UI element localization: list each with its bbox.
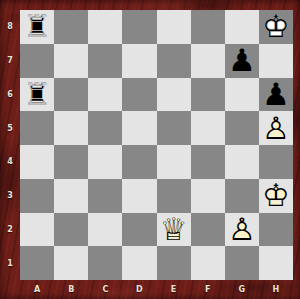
white-king-glyph: ♚: [259, 179, 293, 213]
square-g7[interactable]: ♟: [225, 44, 259, 78]
square-d8[interactable]: [122, 10, 156, 44]
square-h2[interactable]: [259, 213, 293, 247]
rank-label-5: 5: [0, 111, 20, 145]
square-e8[interactable]: [157, 10, 191, 44]
square-c2[interactable]: [88, 213, 122, 247]
square-a5[interactable]: [20, 111, 54, 145]
square-f1[interactable]: [191, 246, 225, 280]
white-pawn-glyph: ♟: [259, 111, 293, 145]
square-b5[interactable]: [54, 111, 88, 145]
square-h8[interactable]: ♚♔: [259, 10, 293, 44]
rank-label-6: 6: [0, 78, 20, 112]
square-f3[interactable]: [191, 179, 225, 213]
piece-white-queen[interactable]: ♛♕: [157, 213, 191, 247]
square-e3[interactable]: [157, 179, 191, 213]
square-c7[interactable]: [88, 44, 122, 78]
file-label-f: F: [191, 280, 225, 299]
black-pawn-glyph: ♟: [259, 78, 293, 112]
square-c8[interactable]: [88, 10, 122, 44]
piece-white-king[interactable]: ♚♔: [259, 179, 293, 213]
rank-label-4: 4: [0, 145, 20, 179]
square-h4[interactable]: [259, 145, 293, 179]
square-f6[interactable]: [191, 78, 225, 112]
square-e2[interactable]: ♛♕: [157, 213, 191, 247]
square-b4[interactable]: [54, 145, 88, 179]
square-g5[interactable]: [225, 111, 259, 145]
square-f8[interactable]: [191, 10, 225, 44]
square-f5[interactable]: [191, 111, 225, 145]
square-g8[interactable]: [225, 10, 259, 44]
square-d4[interactable]: [122, 145, 156, 179]
piece-black-rook[interactable]: ♜♖: [20, 78, 54, 112]
chess-board: ♜♖♚♔♟♜♖♟♟♙♚♔♛♕♟♙: [20, 10, 293, 280]
square-b3[interactable]: [54, 179, 88, 213]
square-a3[interactable]: [20, 179, 54, 213]
file-label-a: A: [20, 280, 54, 299]
square-e5[interactable]: [157, 111, 191, 145]
square-e4[interactable]: [157, 145, 191, 179]
square-h6[interactable]: ♟: [259, 78, 293, 112]
black-king-glyph: ♔: [259, 10, 293, 44]
square-b8[interactable]: [54, 10, 88, 44]
square-c6[interactable]: [88, 78, 122, 112]
square-g4[interactable]: [225, 145, 259, 179]
square-d5[interactable]: [122, 111, 156, 145]
rank-label-7: 7: [0, 44, 20, 78]
file-label-h: H: [259, 280, 293, 299]
black-rook-glyph: ♜: [20, 78, 54, 112]
square-a7[interactable]: [20, 44, 54, 78]
piece-black-pawn[interactable]: ♟: [225, 44, 259, 78]
square-g3[interactable]: [225, 179, 259, 213]
square-f7[interactable]: [191, 44, 225, 78]
square-h1[interactable]: [259, 246, 293, 280]
file-label-g: G: [225, 280, 259, 299]
rank-label-1: 1: [0, 246, 20, 280]
board-frame: ♜♖♚♔♟♜♖♟♟♙♚♔♛♕♟♙ 87654321 ABCDEFGH: [0, 0, 300, 299]
square-h7[interactable]: [259, 44, 293, 78]
square-d2[interactable]: [122, 213, 156, 247]
square-b6[interactable]: [54, 78, 88, 112]
white-king-glyph: ♔: [259, 179, 293, 213]
square-a8[interactable]: ♜♖: [20, 10, 54, 44]
square-e7[interactable]: [157, 44, 191, 78]
black-king-glyph: ♚: [259, 10, 293, 44]
file-labels: ABCDEFGH: [20, 280, 293, 299]
rank-labels: 87654321: [0, 10, 20, 280]
piece-white-pawn[interactable]: ♟♙: [259, 111, 293, 145]
square-a2[interactable]: [20, 213, 54, 247]
white-pawn-glyph: ♙: [259, 111, 293, 145]
square-b7[interactable]: [54, 44, 88, 78]
square-f2[interactable]: [191, 213, 225, 247]
file-label-b: B: [54, 280, 88, 299]
square-c3[interactable]: [88, 179, 122, 213]
black-rook-glyph: ♖: [20, 10, 54, 44]
square-h3[interactable]: ♚♔: [259, 179, 293, 213]
file-label-c: C: [88, 280, 122, 299]
square-d7[interactable]: [122, 44, 156, 78]
rank-label-2: 2: [0, 213, 20, 247]
square-g1[interactable]: [225, 246, 259, 280]
white-queen-glyph: ♕: [157, 213, 191, 247]
piece-black-pawn[interactable]: ♟: [259, 78, 293, 112]
square-d1[interactable]: [122, 246, 156, 280]
square-b2[interactable]: [54, 213, 88, 247]
square-c5[interactable]: [88, 111, 122, 145]
black-rook-glyph: ♖: [20, 78, 54, 112]
rank-label-8: 8: [0, 10, 20, 44]
black-rook-glyph: ♜: [20, 10, 54, 44]
white-pawn-glyph: ♙: [225, 213, 259, 247]
square-g6[interactable]: [225, 78, 259, 112]
square-c4[interactable]: [88, 145, 122, 179]
square-g2[interactable]: ♟♙: [225, 213, 259, 247]
square-c1[interactable]: [88, 246, 122, 280]
square-a6[interactable]: ♜♖: [20, 78, 54, 112]
piece-black-king[interactable]: ♚♔: [259, 10, 293, 44]
square-e1[interactable]: [157, 246, 191, 280]
black-pawn-glyph: ♟: [225, 44, 259, 78]
square-h5[interactable]: ♟♙: [259, 111, 293, 145]
white-pawn-glyph: ♟: [225, 213, 259, 247]
rank-label-3: 3: [0, 179, 20, 213]
square-d3[interactable]: [122, 179, 156, 213]
square-b1[interactable]: [54, 246, 88, 280]
file-label-e: E: [157, 280, 191, 299]
square-d6[interactable]: [122, 78, 156, 112]
square-e6[interactable]: [157, 78, 191, 112]
square-a1[interactable]: [20, 246, 54, 280]
square-f4[interactable]: [191, 145, 225, 179]
file-label-d: D: [122, 280, 156, 299]
white-queen-glyph: ♛: [157, 213, 191, 247]
square-a4[interactable]: [20, 145, 54, 179]
piece-white-pawn[interactable]: ♟♙: [225, 213, 259, 247]
piece-black-rook[interactable]: ♜♖: [20, 10, 54, 44]
